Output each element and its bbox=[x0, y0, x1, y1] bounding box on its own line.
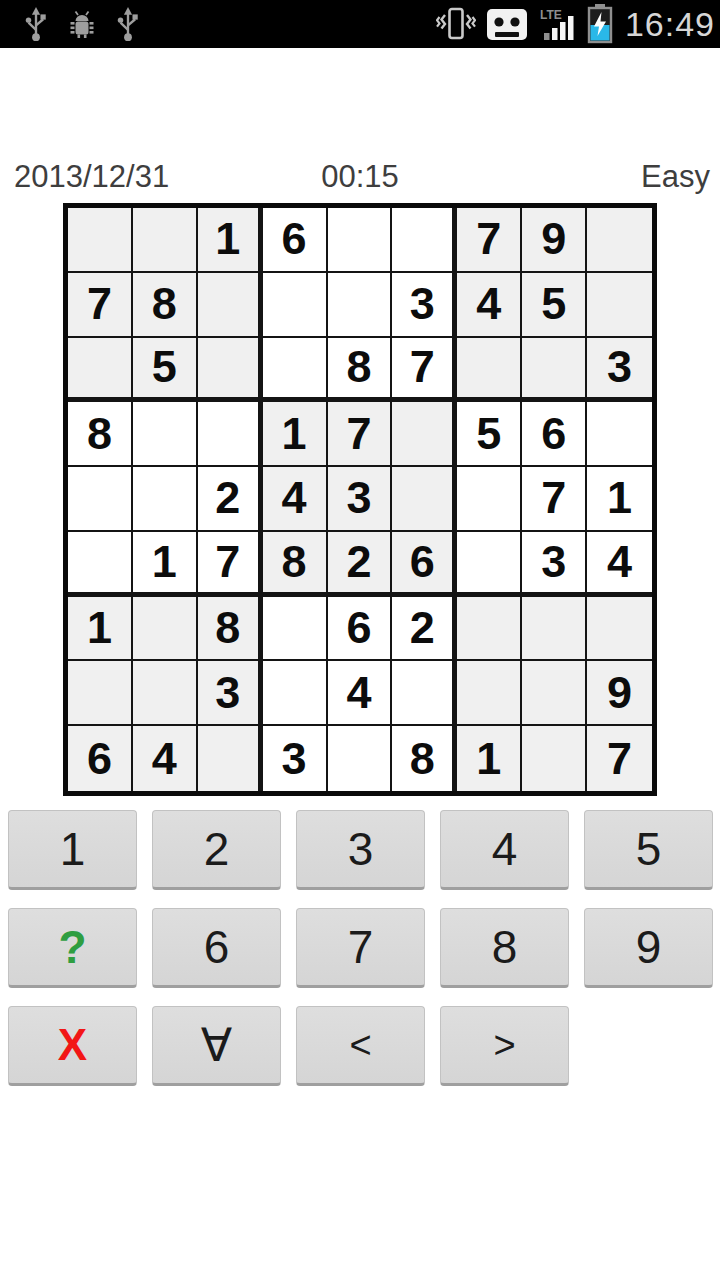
cell-r5c8[interactable]: 7 bbox=[522, 467, 587, 532]
cell-r7c6[interactable]: 2 bbox=[392, 597, 457, 662]
cell-r8c1[interactable] bbox=[68, 661, 133, 726]
keypad-row: X∀<> bbox=[0, 1006, 720, 1086]
cell-r3c3[interactable] bbox=[198, 338, 263, 403]
game-header: 2013/12/31 00:15 Easy bbox=[0, 156, 720, 198]
cell-r8c6[interactable] bbox=[392, 661, 457, 726]
key-8[interactable]: 8 bbox=[440, 908, 569, 988]
cell-r1c9[interactable] bbox=[587, 208, 652, 273]
status-bar-right: LTE 16:49 bbox=[436, 4, 720, 44]
signal-strength-icon: LTE bbox=[538, 6, 578, 42]
cell-r7c9[interactable] bbox=[587, 597, 652, 662]
cell-r2c9[interactable] bbox=[587, 273, 652, 338]
difficulty-label: Easy bbox=[641, 156, 710, 198]
cell-r2c7[interactable]: 4 bbox=[457, 273, 522, 338]
cell-r8c9[interactable]: 9 bbox=[587, 661, 652, 726]
cell-r1c4[interactable]: 6 bbox=[263, 208, 328, 273]
elapsed-timer: 00:15 bbox=[0, 156, 720, 198]
cell-r8c3[interactable]: 3 bbox=[198, 661, 263, 726]
cell-r7c8[interactable] bbox=[522, 597, 587, 662]
cell-r3c5[interactable]: 8 bbox=[328, 338, 393, 403]
cell-r8c4[interactable] bbox=[263, 661, 328, 726]
keypad-row: ?6789 bbox=[0, 908, 720, 988]
keypad: 12345?6789X∀<> bbox=[0, 810, 720, 1104]
key-4[interactable]: 4 bbox=[440, 810, 569, 890]
cell-r9c4[interactable]: 3 bbox=[263, 726, 328, 791]
cell-r7c5[interactable]: 6 bbox=[328, 597, 393, 662]
cell-r1c6[interactable] bbox=[392, 208, 457, 273]
cell-r7c4[interactable] bbox=[263, 597, 328, 662]
cell-r9c3[interactable] bbox=[198, 726, 263, 791]
cell-r2c3[interactable] bbox=[198, 273, 263, 338]
cell-r8c8[interactable] bbox=[522, 661, 587, 726]
cell-r5c2[interactable] bbox=[133, 467, 198, 532]
android-debug-icon bbox=[68, 9, 96, 39]
key-7[interactable]: 7 bbox=[296, 908, 425, 988]
cell-r4c7[interactable]: 5 bbox=[457, 402, 522, 467]
clock: 16:49 bbox=[622, 5, 715, 44]
cell-r9c6[interactable]: 8 bbox=[392, 726, 457, 791]
cell-r1c8[interactable]: 9 bbox=[522, 208, 587, 273]
cell-r5c5[interactable]: 3 bbox=[328, 467, 393, 532]
vibrate-icon bbox=[436, 6, 476, 42]
key-undo[interactable]: < bbox=[296, 1006, 425, 1086]
cell-r4c9[interactable] bbox=[587, 402, 652, 467]
cell-r3c9[interactable]: 3 bbox=[587, 338, 652, 403]
cell-r4c5[interactable]: 7 bbox=[328, 402, 393, 467]
cell-r2c1[interactable]: 7 bbox=[68, 273, 133, 338]
robot-face-icon bbox=[485, 5, 529, 43]
cell-r1c1[interactable] bbox=[68, 208, 133, 273]
cell-r6c4[interactable]: 8 bbox=[263, 532, 328, 597]
cell-r6c8[interactable]: 3 bbox=[522, 532, 587, 597]
cell-r8c2[interactable] bbox=[133, 661, 198, 726]
cell-r4c2[interactable] bbox=[133, 402, 198, 467]
cell-r4c4[interactable]: 1 bbox=[263, 402, 328, 467]
usb-icon bbox=[24, 7, 48, 42]
cell-r5c1[interactable] bbox=[68, 467, 133, 532]
cell-r3c8[interactable] bbox=[522, 338, 587, 403]
cell-r9c9[interactable]: 7 bbox=[587, 726, 652, 791]
cell-r1c7[interactable]: 7 bbox=[457, 208, 522, 273]
key-5[interactable]: 5 bbox=[584, 810, 713, 890]
cell-r5c7[interactable] bbox=[457, 467, 522, 532]
cell-r2c5[interactable] bbox=[328, 273, 393, 338]
cell-r1c2[interactable] bbox=[133, 208, 198, 273]
key-1[interactable]: 1 bbox=[8, 810, 137, 890]
cell-r6c3[interactable]: 7 bbox=[198, 532, 263, 597]
cell-r4c8[interactable]: 6 bbox=[522, 402, 587, 467]
cell-r9c7[interactable]: 1 bbox=[457, 726, 522, 791]
status-bar-left bbox=[0, 7, 140, 42]
cell-r6c2[interactable]: 1 bbox=[133, 532, 198, 597]
cell-r6c1[interactable] bbox=[68, 532, 133, 597]
cell-r7c7[interactable] bbox=[457, 597, 522, 662]
cell-r8c5[interactable]: 4 bbox=[328, 661, 393, 726]
cell-r2c4[interactable] bbox=[263, 273, 328, 338]
cell-r5c4[interactable]: 4 bbox=[263, 467, 328, 532]
cell-r3c4[interactable] bbox=[263, 338, 328, 403]
cell-r8c7[interactable] bbox=[457, 661, 522, 726]
battery-charging-icon bbox=[587, 4, 613, 44]
cell-r3c6[interactable]: 7 bbox=[392, 338, 457, 403]
key-6[interactable]: 6 bbox=[152, 908, 281, 988]
cell-r5c3[interactable]: 2 bbox=[198, 467, 263, 532]
key-redo[interactable]: > bbox=[440, 1006, 569, 1086]
cell-r1c3[interactable]: 1 bbox=[198, 208, 263, 273]
cell-r4c6[interactable] bbox=[392, 402, 457, 467]
cell-r1c5[interactable] bbox=[328, 208, 393, 273]
sudoku-board: 1679783455873817562437117826341862349643… bbox=[63, 203, 657, 796]
cell-r5c6[interactable] bbox=[392, 467, 457, 532]
cell-r2c6[interactable]: 3 bbox=[392, 273, 457, 338]
key-3[interactable]: 3 bbox=[296, 810, 425, 890]
cell-r3c7[interactable] bbox=[457, 338, 522, 403]
cell-r6c7[interactable] bbox=[457, 532, 522, 597]
cell-r9c8[interactable] bbox=[522, 726, 587, 791]
keypad-row: 12345 bbox=[0, 810, 720, 890]
key-delete[interactable]: X bbox=[8, 1006, 137, 1086]
cell-r4c3[interactable] bbox=[198, 402, 263, 467]
cell-r4c1[interactable]: 8 bbox=[68, 402, 133, 467]
cell-r7c1[interactable]: 1 bbox=[68, 597, 133, 662]
cell-r7c2[interactable] bbox=[133, 597, 198, 662]
key-hint[interactable]: ? bbox=[8, 908, 137, 988]
cell-r7c3[interactable]: 8 bbox=[198, 597, 263, 662]
cell-r5c9[interactable]: 1 bbox=[587, 467, 652, 532]
usb-icon bbox=[116, 7, 140, 42]
cell-r3c2[interactable]: 5 bbox=[133, 338, 198, 403]
key-all-candidates[interactable]: ∀ bbox=[152, 1006, 281, 1086]
cell-r9c2[interactable]: 4 bbox=[133, 726, 198, 791]
status-bar: LTE 16:49 bbox=[0, 0, 720, 48]
cell-r6c6[interactable]: 6 bbox=[392, 532, 457, 597]
key-9[interactable]: 9 bbox=[584, 908, 713, 988]
cell-r6c5[interactable]: 2 bbox=[328, 532, 393, 597]
cell-r3c1[interactable] bbox=[68, 338, 133, 403]
cell-r2c2[interactable]: 8 bbox=[133, 273, 198, 338]
cell-r9c5[interactable] bbox=[328, 726, 393, 791]
cell-r9c1[interactable]: 6 bbox=[68, 726, 133, 791]
network-type-label: LTE bbox=[540, 8, 562, 22]
cell-r6c9[interactable]: 4 bbox=[587, 532, 652, 597]
cell-r2c8[interactable]: 5 bbox=[522, 273, 587, 338]
key-2[interactable]: 2 bbox=[152, 810, 281, 890]
